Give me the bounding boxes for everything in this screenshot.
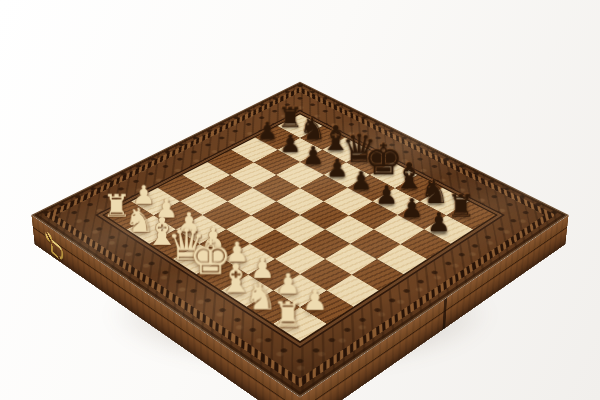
studio-scene: ♜♞♝♛♚♝♞♜♟♟♟♟♟♟♟♟♟♟♟♟♟♟♟♟♜♞♝♛♚♝♞♜ xyxy=(0,0,600,400)
square-d5[interactable] xyxy=(276,188,324,215)
black-pawn-b7[interactable]: ♟ xyxy=(279,132,301,155)
black-pawn-g7[interactable]: ♟ xyxy=(400,196,423,221)
black-knight-g8[interactable]: ♞ xyxy=(420,176,449,207)
white-rook-h1[interactable]: ♜ xyxy=(272,298,303,331)
black-pawn-a7[interactable]: ♟ xyxy=(257,120,279,143)
board-top-face: ♜♞♝♛♚♝♞♜♟♟♟♟♟♟♟♟♟♟♟♟♟♟♟♟♜♞♝♛♚♝♞♜ xyxy=(31,82,568,398)
square-c4[interactable] xyxy=(228,188,276,215)
folding-chess-box: ♜♞♝♛♚♝♞♜♟♟♟♟♟♟♟♟♟♟♟♟♟♟♟♟♜♞♝♛♚♝♞♜ xyxy=(31,82,568,398)
black-pawn-h7[interactable]: ♟ xyxy=(427,210,451,235)
black-pawn-d7[interactable]: ♟ xyxy=(325,157,348,181)
black-rook-h8[interactable]: ♜ xyxy=(447,192,475,222)
white-pawn-h2[interactable]: ♟ xyxy=(302,287,328,314)
black-pawn-e7[interactable]: ♟ xyxy=(350,170,373,194)
perspective-wrapper: ♜♞♝♛♚♝♞♜♟♟♟♟♟♟♟♟♟♟♟♟♟♟♟♟♜♞♝♛♚♝♞♜ xyxy=(0,0,600,400)
black-pawn-f7[interactable]: ♟ xyxy=(375,183,398,207)
black-pawn-c7[interactable]: ♟ xyxy=(302,144,324,168)
clasp-hook xyxy=(51,239,63,263)
